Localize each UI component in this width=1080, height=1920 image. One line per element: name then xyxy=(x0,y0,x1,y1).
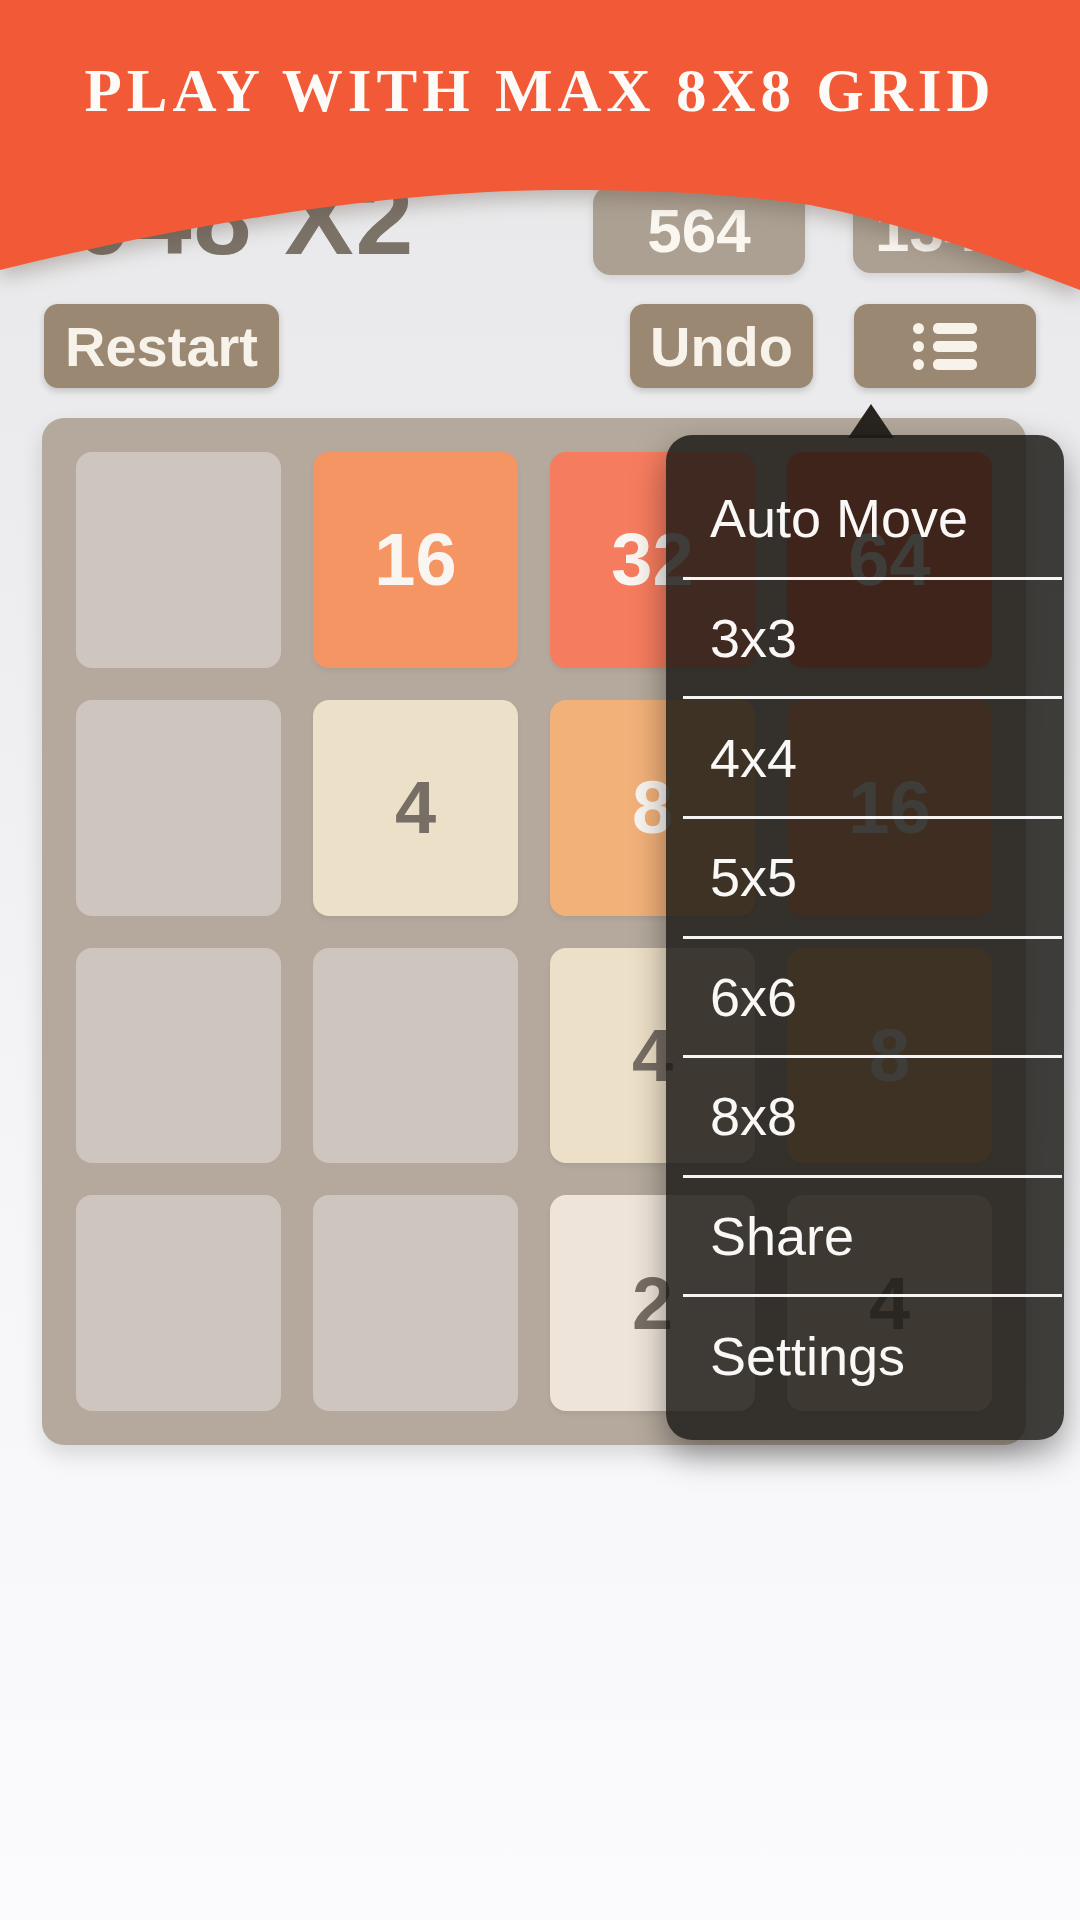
app-screen: 2048 X2 564 1340 PLAY WITH MAX 8X8 GRID … xyxy=(0,0,1080,1920)
empty-cell xyxy=(76,452,281,668)
menu-item-5x5[interactable]: 5x5 xyxy=(666,819,1064,936)
popup-menu: Auto Move3x34x45x56x68x8ShareSettings xyxy=(666,435,1064,1440)
menu-item-8x8[interactable]: 8x8 xyxy=(666,1058,1064,1175)
undo-label: Undo xyxy=(650,314,793,379)
undo-button[interactable]: Undo xyxy=(630,304,813,388)
banner-text: PLAY WITH MAX 8X8 GRID xyxy=(0,56,1080,126)
menu-item-auto-move[interactable]: Auto Move xyxy=(666,460,1064,577)
menu-item-4x4[interactable]: 4x4 xyxy=(666,699,1064,816)
empty-cell xyxy=(76,1195,281,1411)
empty-cell xyxy=(76,948,281,1164)
tile-4: 4 xyxy=(313,700,518,916)
promo-banner xyxy=(0,0,1080,300)
menu-item-share[interactable]: Share xyxy=(666,1178,1064,1295)
banner-shape xyxy=(0,0,1080,290)
menu-button[interactable] xyxy=(854,304,1036,388)
tile-16: 16 xyxy=(313,452,518,668)
menu-item-3x3[interactable]: 3x3 xyxy=(666,580,1064,697)
list-icon xyxy=(913,323,977,370)
restart-label: Restart xyxy=(65,314,258,379)
menu-caret-icon xyxy=(848,404,894,438)
empty-cell xyxy=(313,1195,518,1411)
empty-cell xyxy=(313,948,518,1164)
menu-item-6x6[interactable]: 6x6 xyxy=(666,939,1064,1056)
empty-cell xyxy=(76,700,281,916)
restart-button[interactable]: Restart xyxy=(44,304,279,388)
menu-item-settings[interactable]: Settings xyxy=(666,1297,1064,1414)
